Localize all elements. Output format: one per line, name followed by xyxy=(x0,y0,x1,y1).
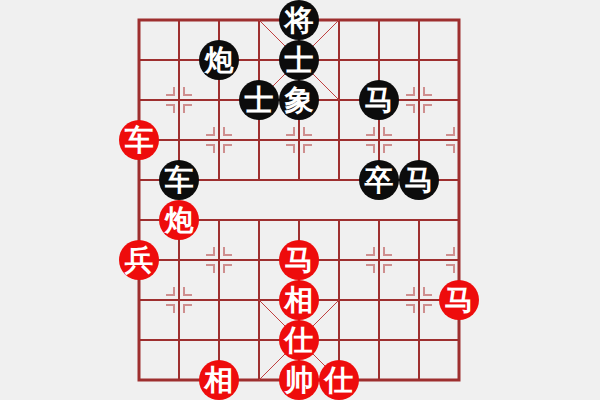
xiangqi-board[interactable]: 将炮士士象马车车卒马炮兵马相马仕相帅仕 xyxy=(0,0,600,400)
piece-red-pawn[interactable]: 兵 xyxy=(119,240,159,280)
piece-black-advisor[interactable]: 士 xyxy=(239,80,279,120)
piece-red-elephant[interactable]: 相 xyxy=(199,360,239,400)
piece-red-advisor[interactable]: 仕 xyxy=(319,360,359,400)
piece-black-horse[interactable]: 马 xyxy=(359,80,399,120)
piece-black-pawn[interactable]: 卒 xyxy=(359,160,399,200)
piece-red-elephant[interactable]: 相 xyxy=(279,280,319,320)
piece-red-horse[interactable]: 马 xyxy=(439,280,479,320)
piece-red-king[interactable]: 帅 xyxy=(279,360,319,400)
piece-black-horse[interactable]: 马 xyxy=(399,160,439,200)
piece-black-cannon[interactable]: 炮 xyxy=(199,40,239,80)
piece-red-chariot[interactable]: 车 xyxy=(119,120,159,160)
piece-black-advisor[interactable]: 士 xyxy=(279,40,319,80)
piece-red-advisor[interactable]: 仕 xyxy=(279,320,319,360)
pieces-layer: 将炮士士象马车车卒马炮兵马相马仕相帅仕 xyxy=(0,0,600,400)
piece-red-cannon[interactable]: 炮 xyxy=(159,200,199,240)
piece-black-elephant[interactable]: 象 xyxy=(279,80,319,120)
piece-black-king[interactable]: 将 xyxy=(279,0,319,40)
piece-black-chariot[interactable]: 车 xyxy=(159,160,199,200)
piece-red-horse[interactable]: 马 xyxy=(279,240,319,280)
